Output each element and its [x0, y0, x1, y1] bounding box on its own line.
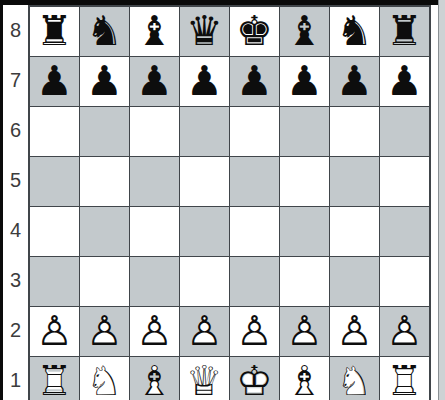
square-d8[interactable]: ♛: [180, 7, 229, 56]
black-pawn-piece: ♟: [86, 57, 123, 106]
square-d5[interactable]: [180, 157, 229, 206]
square-f5[interactable]: [280, 157, 329, 206]
square-h4[interactable]: [380, 207, 429, 256]
rank-label-8: 8: [3, 5, 28, 55]
square-a6[interactable]: [30, 107, 79, 156]
rank-label-4: 4: [3, 205, 28, 255]
square-g7[interactable]: ♟: [330, 57, 379, 106]
square-e8[interactable]: ♚: [230, 7, 279, 56]
square-b2[interactable]: ♟♙: [80, 307, 129, 356]
rank-label-2: 2: [3, 305, 28, 355]
rank-label-5: 5: [3, 155, 28, 205]
square-f8[interactable]: ♝: [280, 7, 329, 56]
white-knight-piece: ♘: [86, 357, 123, 400]
black-pawn-piece: ♟: [386, 57, 423, 106]
square-d3[interactable]: [180, 257, 229, 306]
square-d7[interactable]: ♟: [180, 57, 229, 106]
square-d2[interactable]: ♟♙: [180, 307, 229, 356]
square-e6[interactable]: [230, 107, 279, 156]
rank-label-7: 7: [3, 55, 28, 105]
white-pawn-piece: ♙: [86, 307, 123, 356]
square-a7[interactable]: ♟: [30, 57, 79, 106]
square-g3[interactable]: [330, 257, 379, 306]
square-h1[interactable]: ♜♖: [380, 357, 429, 400]
square-a5[interactable]: [30, 157, 79, 206]
square-f2[interactable]: ♟♙: [280, 307, 329, 356]
square-f6[interactable]: [280, 107, 329, 156]
white-pawn-piece: ♙: [136, 307, 173, 356]
square-f7[interactable]: ♟: [280, 57, 329, 106]
square-c2[interactable]: ♟♙: [130, 307, 179, 356]
square-h2[interactable]: ♟♙: [380, 307, 429, 356]
square-c6[interactable]: [130, 107, 179, 156]
right-edge-strip: [438, 0, 445, 400]
square-g4[interactable]: [330, 207, 379, 256]
chess-board: ♜♞♝♛♚♝♞♜♟♟♟♟♟♟♟♟♟♙♟♙♟♙♟♙♟♙♟♙♟♙♟♙♜♖♞♘♝♗♛♕…: [28, 5, 431, 400]
square-c8[interactable]: ♝: [130, 7, 179, 56]
square-h3[interactable]: [380, 257, 429, 306]
square-c3[interactable]: [130, 257, 179, 306]
square-d6[interactable]: [180, 107, 229, 156]
square-b4[interactable]: [80, 207, 129, 256]
white-pawn-piece: ♙: [386, 307, 423, 356]
square-g5[interactable]: [330, 157, 379, 206]
square-a1[interactable]: ♜♖: [30, 357, 79, 400]
square-e1[interactable]: ♚♔: [230, 357, 279, 400]
rank-label-1: 1: [3, 355, 28, 400]
square-c7[interactable]: ♟: [130, 57, 179, 106]
rank-label-6: 6: [3, 105, 28, 155]
white-bishop-piece: ♗: [136, 357, 173, 400]
white-knight-piece: ♘: [336, 357, 373, 400]
square-g1[interactable]: ♞♘: [330, 357, 379, 400]
black-pawn-piece: ♟: [136, 57, 173, 106]
square-f1[interactable]: ♝♗: [280, 357, 329, 400]
black-bishop-piece: ♝: [136, 7, 173, 56]
square-b6[interactable]: [80, 107, 129, 156]
white-pawn-piece: ♙: [286, 307, 323, 356]
square-g6[interactable]: [330, 107, 379, 156]
square-b3[interactable]: [80, 257, 129, 306]
black-king-piece: ♚: [236, 7, 273, 56]
chess-diagram: 87654321 ♜♞♝♛♚♝♞♜♟♟♟♟♟♟♟♟♟♙♟♙♟♙♟♙♟♙♟♙♟♙♟…: [0, 0, 445, 400]
square-f3[interactable]: [280, 257, 329, 306]
square-c5[interactable]: [130, 157, 179, 206]
square-h5[interactable]: [380, 157, 429, 206]
square-a2[interactable]: ♟♙: [30, 307, 79, 356]
white-king-piece: ♔: [236, 357, 273, 400]
square-a4[interactable]: [30, 207, 79, 256]
rank-label-3: 3: [3, 255, 28, 305]
square-e3[interactable]: [230, 257, 279, 306]
square-d4[interactable]: [180, 207, 229, 256]
square-c1[interactable]: ♝♗: [130, 357, 179, 400]
square-g2[interactable]: ♟♙: [330, 307, 379, 356]
square-a3[interactable]: [30, 257, 79, 306]
square-b5[interactable]: [80, 157, 129, 206]
square-e5[interactable]: [230, 157, 279, 206]
black-queen-piece: ♛: [186, 7, 223, 56]
black-pawn-piece: ♟: [36, 57, 73, 106]
square-b1[interactable]: ♞♘: [80, 357, 129, 400]
square-h6[interactable]: [380, 107, 429, 156]
black-pawn-piece: ♟: [186, 57, 223, 106]
white-pawn-piece: ♙: [336, 307, 373, 356]
square-b8[interactable]: ♞: [80, 7, 129, 56]
square-e4[interactable]: [230, 207, 279, 256]
white-pawn-piece: ♙: [186, 307, 223, 356]
black-bishop-piece: ♝: [286, 7, 323, 56]
black-pawn-piece: ♟: [336, 57, 373, 106]
square-g8[interactable]: ♞: [330, 7, 379, 56]
square-e7[interactable]: ♟: [230, 57, 279, 106]
rank-label-gutter: 87654321: [3, 5, 28, 400]
square-f4[interactable]: [280, 207, 329, 256]
black-rook-piece: ♜: [386, 7, 423, 56]
white-rook-piece: ♖: [386, 357, 423, 400]
white-rook-piece: ♖: [36, 357, 73, 400]
square-c4[interactable]: [130, 207, 179, 256]
square-h7[interactable]: ♟: [380, 57, 429, 106]
white-pawn-piece: ♙: [236, 307, 273, 356]
square-b7[interactable]: ♟: [80, 57, 129, 106]
white-queen-piece: ♕: [186, 357, 223, 400]
black-knight-piece: ♞: [86, 7, 123, 56]
black-rook-piece: ♜: [36, 7, 73, 56]
square-d1[interactable]: ♛♕: [180, 357, 229, 400]
square-e2[interactable]: ♟♙: [230, 307, 279, 356]
black-knight-piece: ♞: [336, 7, 373, 56]
square-h8[interactable]: ♜: [380, 7, 429, 56]
white-pawn-piece: ♙: [36, 307, 73, 356]
white-bishop-piece: ♗: [286, 357, 323, 400]
black-pawn-piece: ♟: [286, 57, 323, 106]
black-pawn-piece: ♟: [236, 57, 273, 106]
square-a8[interactable]: ♜: [30, 7, 79, 56]
